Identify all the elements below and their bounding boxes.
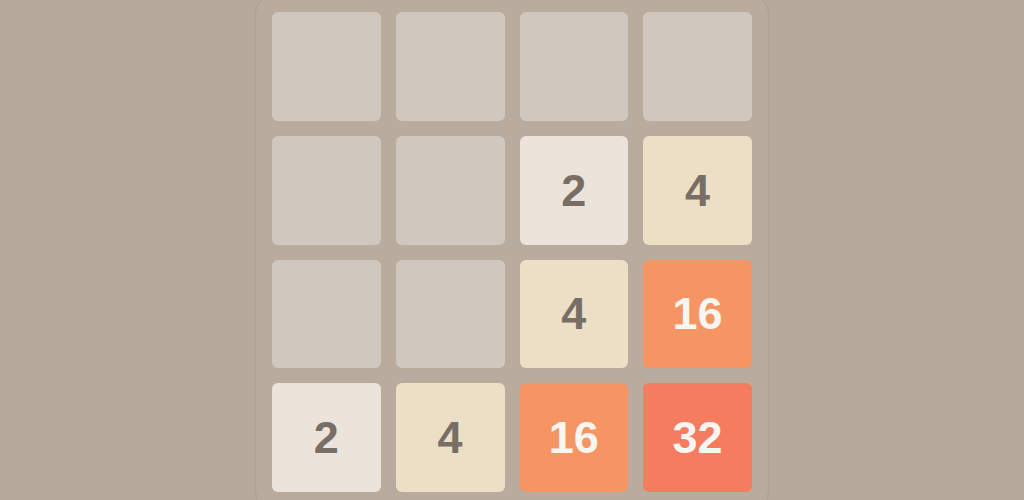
- tile-16-r3c4: 16: [643, 260, 752, 369]
- empty-cell-r1c1: [272, 12, 381, 121]
- empty-cell-r1c4: [643, 12, 752, 121]
- game-board[interactable]: 24416241632: [256, 0, 768, 500]
- tile-2-r4c1: 2: [272, 383, 381, 492]
- empty-cell-r3c1: [272, 260, 381, 369]
- tile-4-r3c3: 4: [520, 260, 629, 369]
- tile-16-r4c3: 16: [520, 383, 629, 492]
- empty-cell-r1c3: [520, 12, 629, 121]
- empty-cell-r1c2: [396, 12, 505, 121]
- app-background: 24416241632: [0, 0, 1024, 500]
- empty-cell-r3c2: [396, 260, 505, 369]
- empty-cell-r2c2: [396, 136, 505, 245]
- empty-cell-r2c1: [272, 136, 381, 245]
- tile-4-r2c4: 4: [643, 136, 752, 245]
- tile-4-r4c2: 4: [396, 383, 505, 492]
- tile-2-r2c3: 2: [520, 136, 629, 245]
- tile-32-r4c4: 32: [643, 383, 752, 492]
